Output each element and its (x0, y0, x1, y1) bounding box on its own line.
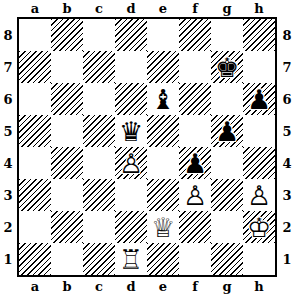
square-h7[interactable] (243, 51, 275, 83)
square-g5[interactable]: ♟ (211, 115, 243, 147)
square-e4[interactable] (147, 147, 179, 179)
rank-label-3: 3 (0, 179, 16, 211)
square-h8[interactable] (243, 19, 275, 51)
piece-glyph: ♚ (211, 51, 243, 83)
file-label-e: e (147, 278, 179, 294)
rank-label-6: 6 (279, 83, 295, 115)
rank-labels-left: 87654321 (0, 19, 16, 275)
square-b2[interactable] (51, 211, 83, 243)
square-e7[interactable] (147, 51, 179, 83)
square-a6[interactable] (19, 83, 51, 115)
file-label-f: f (179, 0, 211, 16)
square-a2[interactable] (19, 211, 51, 243)
file-label-g: g (211, 0, 243, 16)
square-h4[interactable] (243, 147, 275, 179)
piece-bP-f4: ♟ (179, 147, 211, 179)
file-labels-bottom: abcdefgh (19, 278, 275, 294)
square-f7[interactable] (179, 51, 211, 83)
square-b6[interactable] (51, 83, 83, 115)
square-f6[interactable] (179, 83, 211, 115)
rank-label-1: 1 (0, 243, 16, 275)
piece-wP-h3: ♟♙ (243, 179, 275, 211)
square-b3[interactable] (51, 179, 83, 211)
square-a4[interactable] (19, 147, 51, 179)
square-h3[interactable]: ♟♙ (243, 179, 275, 211)
rank-label-2: 2 (279, 211, 295, 243)
piece-wR-d1: ♜♖ (115, 243, 147, 275)
square-b4[interactable] (51, 147, 83, 179)
square-g2[interactable] (211, 211, 243, 243)
square-c1[interactable] (83, 243, 115, 275)
file-label-g: g (211, 278, 243, 294)
square-g3[interactable] (211, 179, 243, 211)
square-d8[interactable] (115, 19, 147, 51)
square-f2[interactable] (179, 211, 211, 243)
rank-label-5: 5 (279, 115, 295, 147)
file-label-c: c (83, 278, 115, 294)
square-a5[interactable] (19, 115, 51, 147)
piece-glyph: ♕ (147, 211, 179, 243)
square-e5[interactable] (147, 115, 179, 147)
piece-bB-e6: ♝ (147, 83, 179, 115)
square-g4[interactable] (211, 147, 243, 179)
rank-label-1: 1 (279, 243, 295, 275)
square-g8[interactable] (211, 19, 243, 51)
rank-label-7: 7 (0, 51, 16, 83)
piece-glyph: ♛ (115, 115, 147, 147)
rank-label-8: 8 (0, 19, 16, 51)
rank-label-5: 5 (0, 115, 16, 147)
piece-bK-g7: ♚ (211, 51, 243, 83)
square-d4[interactable]: ♟♙ (115, 147, 147, 179)
file-label-e: e (147, 0, 179, 16)
rank-label-2: 2 (0, 211, 16, 243)
square-c2[interactable] (83, 211, 115, 243)
piece-bQ-d5: ♛ (115, 115, 147, 147)
file-label-b: b (51, 278, 83, 294)
square-c8[interactable] (83, 19, 115, 51)
square-h5[interactable] (243, 115, 275, 147)
square-d7[interactable] (115, 51, 147, 83)
square-b5[interactable] (51, 115, 83, 147)
square-h6[interactable]: ♟ (243, 83, 275, 115)
piece-wP-d4: ♟♙ (115, 147, 147, 179)
square-b1[interactable] (51, 243, 83, 275)
rank-label-3: 3 (279, 179, 295, 211)
file-label-f: f (179, 278, 211, 294)
piece-glyph: ♔ (243, 211, 275, 243)
chess-board: ♚♝♟♛♟♟♙♟♟♙♟♙♛♕♚♔♜♖ (17, 17, 277, 277)
file-label-a: a (19, 278, 51, 294)
file-label-b: b (51, 0, 83, 16)
piece-glyph: ♙ (179, 179, 211, 211)
file-label-h: h (243, 278, 275, 294)
square-g1[interactable] (211, 243, 243, 275)
square-e6[interactable]: ♝ (147, 83, 179, 115)
square-b8[interactable] (51, 19, 83, 51)
piece-glyph: ♙ (243, 179, 275, 211)
square-c5[interactable] (83, 115, 115, 147)
square-h2[interactable]: ♚♔ (243, 211, 275, 243)
square-c4[interactable] (83, 147, 115, 179)
square-c7[interactable] (83, 51, 115, 83)
piece-glyph: ♟ (211, 115, 243, 147)
square-f4[interactable]: ♟ (179, 147, 211, 179)
square-c3[interactable] (83, 179, 115, 211)
rank-label-6: 6 (0, 83, 16, 115)
square-d2[interactable] (115, 211, 147, 243)
rank-label-8: 8 (279, 19, 295, 51)
rank-label-4: 4 (279, 147, 295, 179)
square-e2[interactable]: ♛♕ (147, 211, 179, 243)
square-f8[interactable] (179, 19, 211, 51)
piece-glyph: ♟ (179, 147, 211, 179)
square-g7[interactable]: ♚ (211, 51, 243, 83)
piece-bP-h6: ♟ (243, 83, 275, 115)
square-e1[interactable] (147, 243, 179, 275)
square-d1[interactable]: ♜♖ (115, 243, 147, 275)
rank-label-7: 7 (279, 51, 295, 83)
file-labels-top: abcdefgh (19, 0, 275, 16)
square-e8[interactable] (147, 19, 179, 51)
square-c6[interactable] (83, 83, 115, 115)
piece-glyph: ♙ (115, 147, 147, 179)
square-d5[interactable]: ♛ (115, 115, 147, 147)
piece-glyph: ♖ (115, 243, 147, 275)
rank-labels-right: 87654321 (279, 19, 295, 275)
square-h1[interactable] (243, 243, 275, 275)
piece-glyph: ♝ (147, 83, 179, 115)
piece-wK-h2: ♚♔ (243, 211, 275, 243)
file-label-h: h (243, 0, 275, 16)
file-label-c: c (83, 0, 115, 16)
square-a1[interactable] (19, 243, 51, 275)
piece-bP-g5: ♟ (211, 115, 243, 147)
chess-diagram: abcdefgh 87654321 ♚♝♟♛♟♟♙♟♟♙♟♙♛♕♚♔♜♖ 876… (0, 0, 295, 295)
rank-label-4: 4 (0, 147, 16, 179)
piece-wP-f3: ♟♙ (179, 179, 211, 211)
square-a3[interactable] (19, 179, 51, 211)
square-d6[interactable] (115, 83, 147, 115)
square-e3[interactable] (147, 179, 179, 211)
square-f5[interactable] (179, 115, 211, 147)
file-label-d: d (115, 0, 147, 16)
square-f3[interactable]: ♟♙ (179, 179, 211, 211)
square-a7[interactable] (19, 51, 51, 83)
square-d3[interactable] (115, 179, 147, 211)
square-a8[interactable] (19, 19, 51, 51)
square-f1[interactable] (179, 243, 211, 275)
file-label-d: d (115, 278, 147, 294)
square-g6[interactable] (211, 83, 243, 115)
file-label-a: a (19, 0, 51, 16)
piece-glyph: ♟ (243, 83, 275, 115)
piece-wQ-e2: ♛♕ (147, 211, 179, 243)
square-b7[interactable] (51, 51, 83, 83)
